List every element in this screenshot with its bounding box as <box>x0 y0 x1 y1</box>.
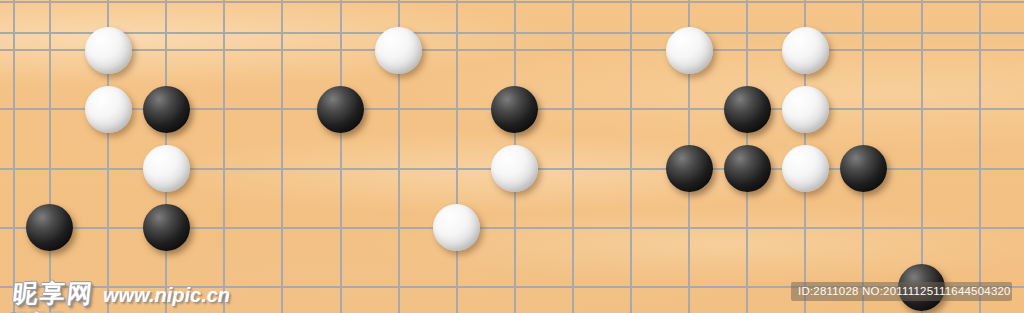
intersection-c10-r4 <box>602 198 660 257</box>
intersection-c2-r4 <box>137 198 195 257</box>
intersection-c3-r4 <box>195 198 253 257</box>
intersection-c3-r3 <box>195 139 253 198</box>
intersection-c0-r3 <box>21 139 79 198</box>
intersection-c10-r2 <box>602 80 660 139</box>
white-stone <box>85 86 132 133</box>
intersection-c13-r4 <box>776 198 834 257</box>
black-stone <box>143 86 190 133</box>
intersection-c9-r4 <box>544 198 602 257</box>
intersection-c4-r5 <box>253 257 311 313</box>
intersection-c14-r2 <box>834 80 892 139</box>
intersection-c11-r2 <box>660 80 718 139</box>
intersection-c4-r2 <box>253 80 311 139</box>
white-stone <box>143 145 190 192</box>
intersection-c9-r1 <box>544 20 602 79</box>
intersection-c8-r2 <box>486 80 544 139</box>
intersection-c10-r3 <box>602 139 660 198</box>
intersection-c16-r4 <box>950 198 1008 257</box>
intersection-c15-r3 <box>892 139 950 198</box>
white-stone <box>782 86 829 133</box>
intersection-c5-r1 <box>311 20 369 79</box>
intersection-c14-r1 <box>834 20 892 79</box>
intersection-c12-r5 <box>718 257 776 313</box>
intersection-c0-r1 <box>21 20 79 79</box>
intersection-c12-r1 <box>718 20 776 79</box>
black-stone <box>666 145 713 192</box>
intersection-c16-r3 <box>950 139 1008 198</box>
intersection-c11-r3 <box>660 139 718 198</box>
intersection-c7-r5 <box>428 257 486 313</box>
black-stone <box>26 204 73 251</box>
white-stone <box>782 145 829 192</box>
intersection-c6-r4 <box>370 198 428 257</box>
intersection-c8-r4 <box>486 198 544 257</box>
white-stone <box>666 27 713 74</box>
intersection-c13-r3 <box>776 139 834 198</box>
intersection-c0-r2 <box>21 80 79 139</box>
intersection-c12-r4 <box>718 198 776 257</box>
intersection-c4-r3 <box>253 139 311 198</box>
intersection-c8-r3 <box>486 139 544 198</box>
intersection-c12-r2 <box>718 80 776 139</box>
intersection-c6-r5 <box>370 257 428 313</box>
intersection-c8-r1 <box>486 20 544 79</box>
intersection-c11-r4 <box>660 198 718 257</box>
intersection-c3-r2 <box>195 80 253 139</box>
intersection-c5-r2 <box>311 80 369 139</box>
intersection-c2-r2 <box>137 80 195 139</box>
white-stone <box>491 145 538 192</box>
intersection-c1-r2 <box>79 80 137 139</box>
intersection-c9-r2 <box>544 80 602 139</box>
intersection-c2-r3 <box>137 139 195 198</box>
white-stone <box>782 27 829 74</box>
intersection-c14-r4 <box>834 198 892 257</box>
intersection-c5-r3 <box>311 139 369 198</box>
black-stone <box>724 145 771 192</box>
board-grid <box>21 20 1009 313</box>
intersection-c15-r4 <box>892 198 950 257</box>
intersection-c7-r2 <box>428 80 486 139</box>
intersection-c0-r4 <box>21 198 79 257</box>
intersection-c12-r3 <box>718 139 776 198</box>
black-stone <box>724 86 771 133</box>
intersection-c4-r1 <box>253 20 311 79</box>
site-url-text: www.nipic.cn <box>103 284 230 307</box>
intersection-c15-r1 <box>892 20 950 79</box>
grid-line-top <box>0 1 1024 3</box>
intersection-c1-r4 <box>79 198 137 257</box>
intersection-c11-r5 <box>660 257 718 313</box>
intersection-c7-r3 <box>428 139 486 198</box>
intersection-c16-r2 <box>950 80 1008 139</box>
black-stone <box>840 145 887 192</box>
intersection-c3-r1 <box>195 20 253 79</box>
intersection-c6-r2 <box>370 80 428 139</box>
intersection-c15-r2 <box>892 80 950 139</box>
intersection-c16-r1 <box>950 20 1008 79</box>
intersection-c8-r5 <box>486 257 544 313</box>
go-board: 昵享网 www.nipic.cn 昵享网 www.nipic.cn ID:281… <box>0 0 1024 313</box>
intersection-c9-r5 <box>544 257 602 313</box>
watermark-clipped-row: 昵享网 www.nipic.cn <box>10 309 310 313</box>
intersection-c7-r4 <box>428 198 486 257</box>
white-stone <box>433 204 480 251</box>
intersection-c6-r3 <box>370 139 428 198</box>
site-name-logo: 昵享网 <box>11 277 95 310</box>
intersection-c1-r1 <box>79 20 137 79</box>
intersection-c5-r5 <box>311 257 369 313</box>
watermark-left: 昵享网 www.nipic.cn <box>13 277 230 310</box>
intersection-c4-r4 <box>253 198 311 257</box>
white-stone <box>375 27 422 74</box>
black-stone <box>317 86 364 133</box>
intersection-c9-r3 <box>544 139 602 198</box>
white-stone <box>85 27 132 74</box>
intersection-c5-r4 <box>311 198 369 257</box>
intersection-c11-r1 <box>660 20 718 79</box>
intersection-c14-r3 <box>834 139 892 198</box>
intersection-c10-r1 <box>602 20 660 79</box>
intersection-c7-r1 <box>428 20 486 79</box>
intersection-c6-r1 <box>370 20 428 79</box>
intersection-c13-r2 <box>776 80 834 139</box>
image-id-bar: ID:2811028 NO:20111125111644504320 <box>791 282 1012 301</box>
black-stone <box>491 86 538 133</box>
intersection-c10-r5 <box>602 257 660 313</box>
intersection-c2-r1 <box>137 20 195 79</box>
black-stone <box>143 204 190 251</box>
intersection-c1-r3 <box>79 139 137 198</box>
intersection-c13-r1 <box>776 20 834 79</box>
